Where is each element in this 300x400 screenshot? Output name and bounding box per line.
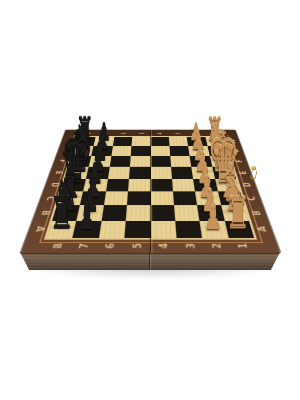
pieces-layer: ♜♜♟♟♞♞♟♟♝♝♟♟♚♚♟♟♛♛♟♟♝♝♟♟♞♞♟♟♜♜♟♟ [0, 0, 300, 400]
rook-glyph: ♜ [226, 191, 250, 235]
pawn-glyph: ♟ [204, 200, 222, 233]
chess-set-photo: 8877665544332211HHGGFFEEDDCCBBAA ♜♜♟♟♞♞♟… [0, 0, 300, 400]
rook-glyph: ♜ [49, 191, 73, 235]
piece-white-pawn-a2[interactable]: ♟ [198, 200, 228, 233]
pawn-glyph: ♟ [78, 200, 96, 233]
piece-black-pawn-a7[interactable]: ♟ [72, 200, 102, 233]
